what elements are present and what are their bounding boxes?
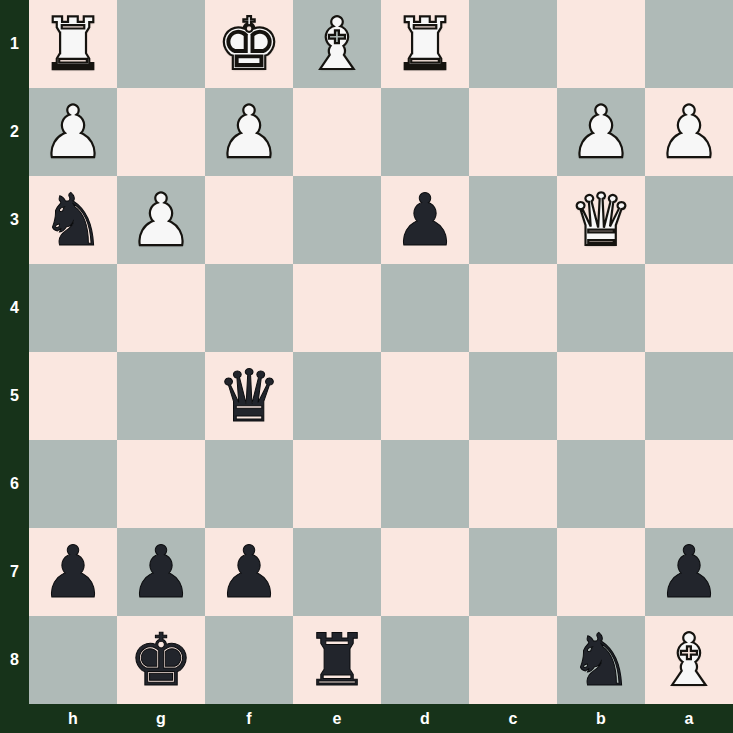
square-d3[interactable]: ♟	[381, 176, 469, 264]
square-b6[interactable]	[557, 440, 645, 528]
square-g5[interactable]	[117, 352, 205, 440]
black-pawn-piece[interactable]: ♟	[41, 528, 106, 616]
square-g6[interactable]	[117, 440, 205, 528]
black-king-piece[interactable]: ♚	[129, 616, 194, 704]
white-rook-piece[interactable]: ♜	[41, 0, 106, 88]
white-pawn-piece[interactable]: ♟	[129, 176, 194, 264]
square-a4[interactable]	[645, 264, 733, 352]
black-pawn-piece[interactable]: ♟	[217, 528, 282, 616]
square-a3[interactable]	[645, 176, 733, 264]
file-label-g: g	[117, 704, 205, 733]
rank-labels: 12345678	[0, 0, 29, 704]
square-g1[interactable]	[117, 0, 205, 88]
square-g4[interactable]	[117, 264, 205, 352]
square-h3[interactable]: ♞	[29, 176, 117, 264]
square-d5[interactable]	[381, 352, 469, 440]
square-e7[interactable]	[293, 528, 381, 616]
square-d2[interactable]	[381, 88, 469, 176]
square-b1[interactable]	[557, 0, 645, 88]
square-a5[interactable]	[645, 352, 733, 440]
square-h7[interactable]: ♟	[29, 528, 117, 616]
rank-label-8: 8	[0, 616, 29, 704]
file-label-c: c	[469, 704, 557, 733]
black-pawn-piece[interactable]: ♟	[393, 176, 458, 264]
square-h5[interactable]	[29, 352, 117, 440]
white-king-piece[interactable]: ♚	[217, 0, 282, 88]
rank-label-1: 1	[0, 0, 29, 88]
rank-label-6: 6	[0, 440, 29, 528]
black-rook-piece[interactable]: ♜	[305, 616, 370, 704]
square-h2[interactable]: ♟	[29, 88, 117, 176]
square-e3[interactable]	[293, 176, 381, 264]
square-d7[interactable]	[381, 528, 469, 616]
square-f1[interactable]: ♚	[205, 0, 293, 88]
black-knight-piece[interactable]: ♞	[569, 616, 634, 704]
black-pawn-piece[interactable]: ♟	[657, 528, 722, 616]
white-rook-piece[interactable]: ♜	[393, 0, 458, 88]
square-c6[interactable]	[469, 440, 557, 528]
white-pawn-piece[interactable]: ♟	[41, 88, 106, 176]
white-pawn-piece[interactable]: ♟	[569, 88, 634, 176]
square-a7[interactable]: ♟	[645, 528, 733, 616]
square-b2[interactable]: ♟	[557, 88, 645, 176]
square-f7[interactable]: ♟	[205, 528, 293, 616]
rank-label-4: 4	[0, 264, 29, 352]
square-g8[interactable]: ♚	[117, 616, 205, 704]
square-f4[interactable]	[205, 264, 293, 352]
white-bishop-piece[interactable]: ♝	[305, 0, 370, 88]
file-label-f: f	[205, 704, 293, 733]
rank-label-7: 7	[0, 528, 29, 616]
square-a1[interactable]	[645, 0, 733, 88]
square-h8[interactable]	[29, 616, 117, 704]
square-f8[interactable]	[205, 616, 293, 704]
square-d6[interactable]	[381, 440, 469, 528]
chess-board-panel: 12345678 ♜♚♝♜♟♟♟♟♞♟♟♛♛♟♟♟♟♚♜♞♝ hgfedcba	[0, 0, 733, 733]
file-labels: hgfedcba	[29, 704, 733, 733]
square-e5[interactable]	[293, 352, 381, 440]
square-d8[interactable]	[381, 616, 469, 704]
rank-label-3: 3	[0, 176, 29, 264]
black-pawn-piece[interactable]: ♟	[129, 528, 194, 616]
white-pawn-piece[interactable]: ♟	[657, 88, 722, 176]
square-h1[interactable]: ♜	[29, 0, 117, 88]
square-e2[interactable]	[293, 88, 381, 176]
square-a6[interactable]	[645, 440, 733, 528]
square-c7[interactable]	[469, 528, 557, 616]
square-e4[interactable]	[293, 264, 381, 352]
square-c3[interactable]	[469, 176, 557, 264]
file-label-e: e	[293, 704, 381, 733]
black-knight-piece[interactable]: ♞	[41, 176, 106, 264]
square-e1[interactable]: ♝	[293, 0, 381, 88]
square-a2[interactable]: ♟	[645, 88, 733, 176]
black-queen-piece[interactable]: ♛	[217, 352, 282, 440]
square-g7[interactable]: ♟	[117, 528, 205, 616]
square-b8[interactable]: ♞	[557, 616, 645, 704]
square-b7[interactable]	[557, 528, 645, 616]
file-label-d: d	[381, 704, 469, 733]
square-f6[interactable]	[205, 440, 293, 528]
square-c2[interactable]	[469, 88, 557, 176]
square-e8[interactable]: ♜	[293, 616, 381, 704]
square-f3[interactable]	[205, 176, 293, 264]
square-d1[interactable]: ♜	[381, 0, 469, 88]
white-queen-piece[interactable]: ♛	[569, 176, 634, 264]
board: ♜♚♝♜♟♟♟♟♞♟♟♛♛♟♟♟♟♚♜♞♝	[29, 0, 733, 704]
file-label-a: a	[645, 704, 733, 733]
square-g2[interactable]	[117, 88, 205, 176]
square-h4[interactable]	[29, 264, 117, 352]
square-d4[interactable]	[381, 264, 469, 352]
square-b4[interactable]	[557, 264, 645, 352]
square-b5[interactable]	[557, 352, 645, 440]
square-c8[interactable]	[469, 616, 557, 704]
square-h6[interactable]	[29, 440, 117, 528]
square-a8[interactable]: ♝	[645, 616, 733, 704]
square-c5[interactable]	[469, 352, 557, 440]
square-c4[interactable]	[469, 264, 557, 352]
file-label-b: b	[557, 704, 645, 733]
square-f2[interactable]: ♟	[205, 88, 293, 176]
file-label-h: h	[29, 704, 117, 733]
square-g3[interactable]: ♟	[117, 176, 205, 264]
rank-label-5: 5	[0, 352, 29, 440]
square-b3[interactable]: ♛	[557, 176, 645, 264]
white-bishop-piece[interactable]: ♝	[657, 616, 722, 704]
rank-label-2: 2	[0, 88, 29, 176]
white-pawn-piece[interactable]: ♟	[217, 88, 282, 176]
square-f5[interactable]: ♛	[205, 352, 293, 440]
square-c1[interactable]	[469, 0, 557, 88]
square-e6[interactable]	[293, 440, 381, 528]
